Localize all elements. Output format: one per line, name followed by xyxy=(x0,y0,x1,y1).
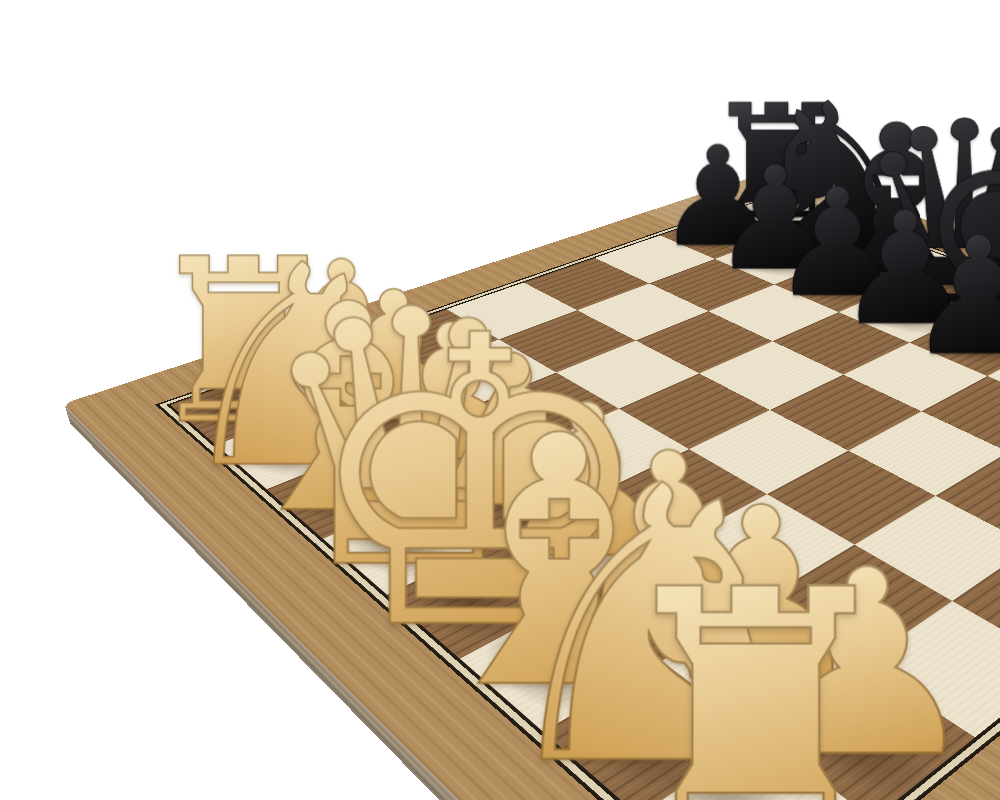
chess-board: ♜♞♝♛♚♝♞♜♟♟♟♟♟♟♟♟♟♟♟♟♟♟♟♟♜♞♝♛♚♝♞♜ xyxy=(63,168,1000,800)
white-rook-h1: ♜ xyxy=(598,544,914,800)
square-h1: ♜ xyxy=(639,734,872,800)
scene: ♜♞♝♛♚♝♞♜♟♟♟♟♟♟♟♟♟♟♟♟♟♟♟♟♜♞♝♛♚♝♞♜ xyxy=(0,0,1000,800)
